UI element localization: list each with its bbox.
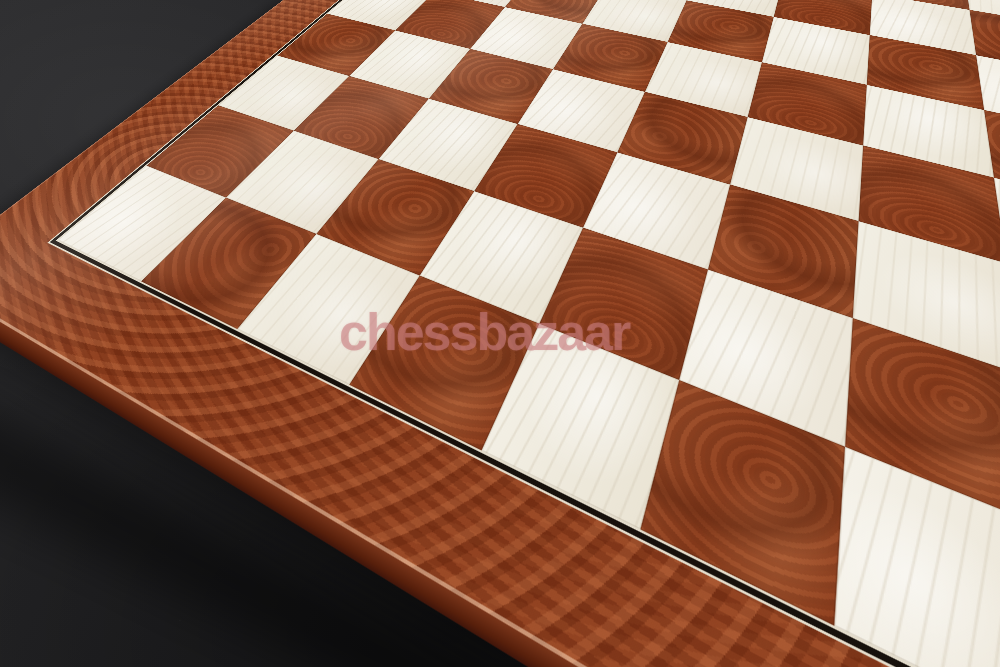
studio-scene: chessbazaar: [0, 0, 1000, 667]
